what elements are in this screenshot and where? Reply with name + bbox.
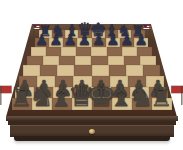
square-c7: ♟ — [63, 38, 77, 47]
square-f5 — [108, 56, 124, 66]
piece-union-pawn-f7: ♟ — [106, 33, 119, 48]
piece-union-pawn-d7: ♟ — [78, 33, 91, 48]
rank-1: ♜♞♝♛♚♝♞♜ — [12, 98, 172, 110]
flag-confederate-battle-h1 — [171, 86, 183, 93]
square-a5 — [27, 56, 43, 66]
civil-war-chess-set-photo: ♜♞♝♛♚♝♞♜♟♟♟♟♟♟♟♟♟♟♟♟♟♟♟♟♜♞♝♛♚♝♞♜ — [0, 0, 183, 150]
square-f7: ♟ — [106, 38, 120, 47]
flag-pole-h1 — [181, 86, 182, 105]
square-b5 — [43, 56, 59, 66]
case-base-bottom — [14, 136, 170, 141]
square-g5 — [124, 56, 140, 66]
square-h6 — [137, 47, 152, 56]
flag-pole-a8 — [33, 25, 34, 36]
square-f6 — [107, 47, 122, 56]
square-c5 — [59, 56, 75, 66]
square-g6 — [122, 47, 137, 56]
piece-union-pawn-e7: ♟ — [92, 33, 105, 48]
piece-union-pawn-h7: ♟ — [135, 33, 148, 48]
square-h5 — [140, 56, 156, 66]
square-h7: ♟ — [134, 38, 148, 47]
square-g1: ♞ — [132, 98, 152, 110]
piece-union-pawn-a7: ♟ — [35, 33, 48, 48]
square-a6 — [31, 47, 46, 56]
square-a7: ♟ — [35, 38, 49, 47]
piece-union-pawn-g7: ♟ — [120, 33, 133, 48]
square-e5 — [91, 56, 107, 66]
drawer-knob — [89, 129, 95, 134]
square-b6 — [46, 47, 61, 56]
flag-pole-a1 — [1, 86, 2, 105]
square-h1: ♜ — [152, 98, 172, 110]
square-c6 — [61, 47, 76, 56]
rank-7: ♟♟♟♟♟♟♟♟ — [35, 38, 149, 47]
flag-confederate-battle-a1 — [0, 86, 12, 93]
square-g7: ♟ — [120, 38, 134, 47]
square-d6 — [76, 47, 91, 56]
flag-pole-h8 — [149, 25, 150, 36]
piece-union-pawn-b7: ♟ — [49, 33, 62, 48]
square-e6 — [91, 47, 106, 56]
square-e7: ♟ — [92, 38, 106, 47]
piece-confederate-rook-h1: ♜ — [150, 85, 173, 111]
rank-5 — [27, 56, 156, 66]
flag-stars-and-stripes-h8 — [143, 25, 150, 29]
square-d7: ♟ — [77, 38, 91, 47]
chess-board: ♜♞♝♛♚♝♞♜♟♟♟♟♟♟♟♟♟♟♟♟♟♟♟♟♜♞♝♛♚♝♞♜ — [0, 30, 183, 110]
rank-6 — [31, 47, 152, 56]
piece-union-pawn-c7: ♟ — [63, 33, 76, 48]
square-d5 — [75, 56, 91, 66]
flag-stars-and-stripes-a8 — [33, 25, 40, 29]
square-b7: ♟ — [49, 38, 63, 47]
